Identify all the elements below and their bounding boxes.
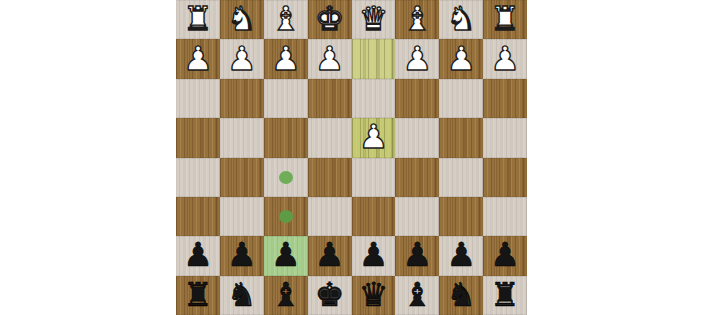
square-f2[interactable]: ♟ <box>264 39 308 78</box>
legal-move-dot-f5[interactable] <box>279 171 293 184</box>
black-knight[interactable]: ♞ <box>227 278 257 311</box>
square-g4[interactable] <box>220 118 264 157</box>
chess-board: ♜♞♝♚♛♝♞♜♟♟♟♟♟♟♟♟♟♟♟♟♟♟♟♟♜♞♝♚♛♝♞♜ <box>176 0 527 315</box>
square-g5[interactable] <box>220 158 264 197</box>
square-h8[interactable]: ♜ <box>176 276 220 315</box>
square-e4[interactable] <box>308 118 352 157</box>
square-g6[interactable] <box>220 197 264 236</box>
square-e1[interactable]: ♚ <box>308 0 352 39</box>
square-d3[interactable] <box>352 79 396 118</box>
black-pawn[interactable]: ♟ <box>446 238 476 271</box>
square-a6[interactable] <box>483 197 527 236</box>
white-rook[interactable]: ♜ <box>183 2 213 35</box>
square-f6[interactable] <box>264 197 308 236</box>
square-h6[interactable] <box>176 197 220 236</box>
black-rook[interactable]: ♜ <box>183 278 213 311</box>
square-e7[interactable]: ♟ <box>308 236 352 275</box>
black-pawn[interactable]: ♟ <box>271 238 301 271</box>
square-b1[interactable]: ♞ <box>439 0 483 39</box>
square-d4[interactable]: ♟ <box>352 118 396 157</box>
square-d6[interactable] <box>352 197 396 236</box>
white-knight[interactable]: ♞ <box>446 2 476 35</box>
white-pawn[interactable]: ♟ <box>271 42 301 75</box>
square-f1[interactable]: ♝ <box>264 0 308 39</box>
square-c8[interactable]: ♝ <box>395 276 439 315</box>
square-b6[interactable] <box>439 197 483 236</box>
white-rook[interactable]: ♜ <box>490 2 520 35</box>
black-king[interactable]: ♚ <box>315 278 345 311</box>
square-c3[interactable] <box>395 79 439 118</box>
black-pawn[interactable]: ♟ <box>359 238 389 271</box>
square-e2[interactable]: ♟ <box>308 39 352 78</box>
square-g3[interactable] <box>220 79 264 118</box>
square-f4[interactable] <box>264 118 308 157</box>
black-pawn[interactable]: ♟ <box>183 238 213 271</box>
square-b5[interactable] <box>439 158 483 197</box>
square-a5[interactable] <box>483 158 527 197</box>
black-pawn[interactable]: ♟ <box>227 238 257 271</box>
white-pawn[interactable]: ♟ <box>183 42 213 75</box>
square-f7[interactable]: ♟ <box>264 236 308 275</box>
square-e3[interactable] <box>308 79 352 118</box>
white-pawn[interactable]: ♟ <box>227 42 257 75</box>
white-bishop[interactable]: ♝ <box>271 2 301 35</box>
square-c5[interactable] <box>395 158 439 197</box>
square-d2[interactable] <box>352 39 396 78</box>
square-c7[interactable]: ♟ <box>395 236 439 275</box>
black-pawn[interactable]: ♟ <box>315 238 345 271</box>
square-g1[interactable]: ♞ <box>220 0 264 39</box>
square-b7[interactable]: ♟ <box>439 236 483 275</box>
white-pawn[interactable]: ♟ <box>403 42 433 75</box>
square-b8[interactable]: ♞ <box>439 276 483 315</box>
black-bishop[interactable]: ♝ <box>403 278 433 311</box>
white-queen[interactable]: ♛ <box>359 2 389 35</box>
square-c4[interactable] <box>395 118 439 157</box>
square-g2[interactable]: ♟ <box>220 39 264 78</box>
square-d8[interactable]: ♛ <box>352 276 396 315</box>
black-knight[interactable]: ♞ <box>446 278 476 311</box>
square-b2[interactable]: ♟ <box>439 39 483 78</box>
square-f5[interactable] <box>264 158 308 197</box>
black-pawn[interactable]: ♟ <box>490 238 520 271</box>
square-a7[interactable]: ♟ <box>483 236 527 275</box>
square-h4[interactable] <box>176 118 220 157</box>
square-c2[interactable]: ♟ <box>395 39 439 78</box>
page-background: ♜♞♝♚♛♝♞♜♟♟♟♟♟♟♟♟♟♟♟♟♟♟♟♟♜♞♝♚♛♝♞♜ <box>0 0 702 315</box>
black-bishop[interactable]: ♝ <box>271 278 301 311</box>
square-e6[interactable] <box>308 197 352 236</box>
square-h7[interactable]: ♟ <box>176 236 220 275</box>
square-a8[interactable]: ♜ <box>483 276 527 315</box>
square-d1[interactable]: ♛ <box>352 0 396 39</box>
white-pawn[interactable]: ♟ <box>490 42 520 75</box>
square-d5[interactable] <box>352 158 396 197</box>
square-b3[interactable] <box>439 79 483 118</box>
square-d7[interactable]: ♟ <box>352 236 396 275</box>
square-b4[interactable] <box>439 118 483 157</box>
square-e5[interactable] <box>308 158 352 197</box>
square-a2[interactable]: ♟ <box>483 39 527 78</box>
square-h2[interactable]: ♟ <box>176 39 220 78</box>
legal-move-dot-f6[interactable] <box>279 210 293 223</box>
square-h1[interactable]: ♜ <box>176 0 220 39</box>
square-h3[interactable] <box>176 79 220 118</box>
white-bishop[interactable]: ♝ <box>403 2 433 35</box>
black-queen[interactable]: ♛ <box>359 278 389 311</box>
square-g7[interactable]: ♟ <box>220 236 264 275</box>
square-a4[interactable] <box>483 118 527 157</box>
white-pawn[interactable]: ♟ <box>446 42 476 75</box>
square-h5[interactable] <box>176 158 220 197</box>
white-knight[interactable]: ♞ <box>227 2 257 35</box>
black-pawn[interactable]: ♟ <box>403 238 433 271</box>
square-c6[interactable] <box>395 197 439 236</box>
black-rook[interactable]: ♜ <box>490 278 520 311</box>
square-f3[interactable] <box>264 79 308 118</box>
white-pawn[interactable]: ♟ <box>359 120 389 153</box>
square-e8[interactable]: ♚ <box>308 276 352 315</box>
square-f8[interactable]: ♝ <box>264 276 308 315</box>
square-c1[interactable]: ♝ <box>395 0 439 39</box>
square-a1[interactable]: ♜ <box>483 0 527 39</box>
white-king[interactable]: ♚ <box>315 2 345 35</box>
square-g8[interactable]: ♞ <box>220 276 264 315</box>
white-pawn[interactable]: ♟ <box>315 42 345 75</box>
square-a3[interactable] <box>483 79 527 118</box>
